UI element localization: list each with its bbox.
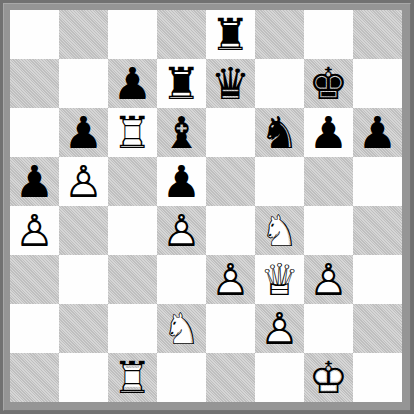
square-c4[interactable] <box>108 206 157 255</box>
square-c2[interactable] <box>108 304 157 353</box>
square-e7[interactable]: ♛ <box>206 59 255 108</box>
square-a8[interactable] <box>10 10 59 59</box>
piece-black-pawn-icon: ♟ <box>157 157 206 206</box>
square-e5[interactable] <box>206 157 255 206</box>
square-b2[interactable] <box>59 304 108 353</box>
piece-white-king-icon: ♚♔ <box>304 353 353 402</box>
piece-black-knight-icon: ♞ <box>255 108 304 157</box>
square-h4[interactable] <box>353 206 402 255</box>
piece-black-solid: ♝ <box>157 108 206 157</box>
square-g5[interactable] <box>304 157 353 206</box>
piece-black-solid: ♚ <box>304 59 353 108</box>
square-b6[interactable]: ♟ <box>59 108 108 157</box>
square-b5[interactable]: ♟♙ <box>59 157 108 206</box>
square-d5[interactable]: ♟ <box>157 157 206 206</box>
piece-white-rook-icon: ♜♖ <box>108 108 157 157</box>
piece-white-pawn-icon: ♟♙ <box>206 255 255 304</box>
square-d8[interactable] <box>157 10 206 59</box>
board-grid: ♜♟♜♛♚♟♜♖♝♞♟♟♟♟♙♟♟♙♟♙♞♘♟♙♛♕♟♙♞♘♟♙♜♖♚♔ <box>10 10 402 402</box>
square-e2[interactable] <box>206 304 255 353</box>
square-d7[interactable]: ♜ <box>157 59 206 108</box>
board-frame: ♜♟♜♛♚♟♜♖♝♞♟♟♟♟♙♟♟♙♟♙♞♘♟♙♛♕♟♙♞♘♟♙♜♖♚♔ <box>0 0 414 414</box>
square-b4[interactable] <box>59 206 108 255</box>
square-b8[interactable] <box>59 10 108 59</box>
piece-black-solid: ♟ <box>304 108 353 157</box>
piece-black-rook-icon: ♜ <box>157 59 206 108</box>
piece-black-queen-icon: ♛ <box>206 59 255 108</box>
piece-black-bishop-icon: ♝ <box>157 108 206 157</box>
square-f5[interactable] <box>255 157 304 206</box>
square-d6[interactable]: ♝ <box>157 108 206 157</box>
piece-white-outline: ♙ <box>255 304 304 353</box>
piece-black-king-icon: ♚ <box>304 59 353 108</box>
square-f6[interactable]: ♞ <box>255 108 304 157</box>
piece-white-pawn-icon: ♟♙ <box>157 206 206 255</box>
square-b3[interactable] <box>59 255 108 304</box>
square-e1[interactable] <box>206 353 255 402</box>
piece-black-pawn-icon: ♟ <box>304 108 353 157</box>
piece-white-pawn-icon: ♟♙ <box>59 157 108 206</box>
piece-black-solid: ♜ <box>206 10 255 59</box>
piece-black-pawn-icon: ♟ <box>353 108 402 157</box>
square-f3[interactable]: ♛♕ <box>255 255 304 304</box>
square-g6[interactable]: ♟ <box>304 108 353 157</box>
square-a7[interactable] <box>10 59 59 108</box>
square-h6[interactable]: ♟ <box>353 108 402 157</box>
square-c8[interactable] <box>108 10 157 59</box>
piece-white-outline: ♖ <box>108 108 157 157</box>
square-b1[interactable] <box>59 353 108 402</box>
square-e8[interactable]: ♜ <box>206 10 255 59</box>
piece-white-queen-icon: ♛♕ <box>255 255 304 304</box>
square-g1[interactable]: ♚♔ <box>304 353 353 402</box>
piece-black-pawn-icon: ♟ <box>10 157 59 206</box>
piece-black-solid: ♛ <box>206 59 255 108</box>
piece-black-solid: ♟ <box>353 108 402 157</box>
piece-white-knight-icon: ♞♘ <box>157 304 206 353</box>
piece-white-outline: ♙ <box>157 206 206 255</box>
piece-white-outline: ♘ <box>255 206 304 255</box>
piece-white-outline: ♙ <box>10 206 59 255</box>
piece-white-outline: ♔ <box>304 353 353 402</box>
piece-white-pawn-icon: ♟♙ <box>255 304 304 353</box>
piece-white-rook-icon: ♜♖ <box>108 353 157 402</box>
square-c5[interactable] <box>108 157 157 206</box>
square-a5[interactable]: ♟ <box>10 157 59 206</box>
square-e6[interactable] <box>206 108 255 157</box>
piece-black-solid: ♟ <box>108 59 157 108</box>
square-c7[interactable]: ♟ <box>108 59 157 108</box>
square-f4[interactable]: ♞♘ <box>255 206 304 255</box>
square-g7[interactable]: ♚ <box>304 59 353 108</box>
square-h5[interactable] <box>353 157 402 206</box>
square-h2[interactable] <box>353 304 402 353</box>
square-h7[interactable] <box>353 59 402 108</box>
square-f7[interactable] <box>255 59 304 108</box>
square-f8[interactable] <box>255 10 304 59</box>
piece-black-solid: ♟ <box>157 157 206 206</box>
piece-black-solid: ♞ <box>255 108 304 157</box>
square-a4[interactable]: ♟♙ <box>10 206 59 255</box>
square-h1[interactable] <box>353 353 402 402</box>
piece-black-solid: ♜ <box>157 59 206 108</box>
square-g4[interactable] <box>304 206 353 255</box>
square-e4[interactable] <box>206 206 255 255</box>
square-d4[interactable]: ♟♙ <box>157 206 206 255</box>
square-a6[interactable] <box>10 108 59 157</box>
square-g8[interactable] <box>304 10 353 59</box>
piece-black-pawn-icon: ♟ <box>59 108 108 157</box>
square-g2[interactable] <box>304 304 353 353</box>
square-c3[interactable] <box>108 255 157 304</box>
square-d3[interactable] <box>157 255 206 304</box>
square-a2[interactable] <box>10 304 59 353</box>
square-e3[interactable]: ♟♙ <box>206 255 255 304</box>
square-h3[interactable] <box>353 255 402 304</box>
piece-white-outline: ♕ <box>255 255 304 304</box>
square-g3[interactable]: ♟♙ <box>304 255 353 304</box>
square-b7[interactable] <box>59 59 108 108</box>
square-d2[interactable]: ♞♘ <box>157 304 206 353</box>
square-h8[interactable] <box>353 10 402 59</box>
piece-white-outline: ♘ <box>157 304 206 353</box>
piece-white-knight-icon: ♞♘ <box>255 206 304 255</box>
piece-black-rook-icon: ♜ <box>206 10 255 59</box>
piece-white-outline: ♙ <box>59 157 108 206</box>
square-a1[interactable] <box>10 353 59 402</box>
piece-white-pawn-icon: ♟♙ <box>10 206 59 255</box>
square-c1[interactable]: ♜♖ <box>108 353 157 402</box>
piece-white-outline: ♖ <box>108 353 157 402</box>
piece-white-outline: ♙ <box>304 255 353 304</box>
piece-white-outline: ♙ <box>206 255 255 304</box>
piece-white-pawn-icon: ♟♙ <box>304 255 353 304</box>
square-d1[interactable] <box>157 353 206 402</box>
square-a3[interactable] <box>10 255 59 304</box>
piece-black-solid: ♟ <box>10 157 59 206</box>
square-f1[interactable] <box>255 353 304 402</box>
piece-black-pawn-icon: ♟ <box>108 59 157 108</box>
square-c6[interactable]: ♜♖ <box>108 108 157 157</box>
square-f2[interactable]: ♟♙ <box>255 304 304 353</box>
piece-black-solid: ♟ <box>59 108 108 157</box>
